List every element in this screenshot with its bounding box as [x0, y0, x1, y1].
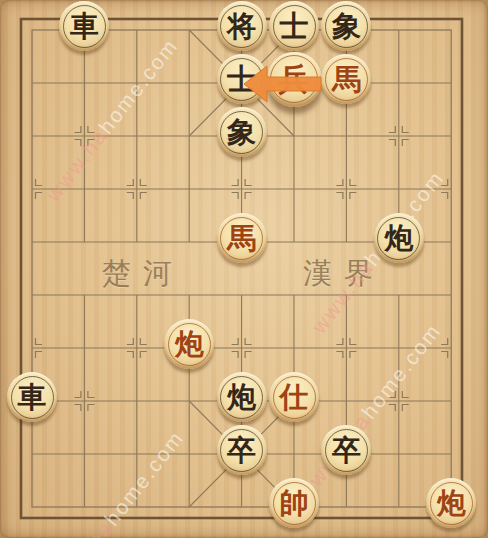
piece-red-soldier[interactable]: 兵 [267, 52, 322, 107]
river-label-right: 漢界 [303, 256, 385, 290]
piece-black-advisor[interactable]: 士 [269, 1, 319, 51]
piece-red-cannon[interactable]: 炮 [164, 319, 214, 369]
piece-black-advisor[interactable]: 士 [217, 54, 267, 104]
piece-red-advisor[interactable]: 仕 [269, 372, 319, 422]
piece-black-elephant[interactable]: 象 [217, 107, 267, 157]
piece-red-general[interactable]: 帥 [269, 478, 319, 528]
piece-black-soldier[interactable]: 卒 [217, 425, 267, 475]
piece-red-horse[interactable]: 馬 [217, 213, 267, 263]
piece-black-cannon[interactable]: 炮 [374, 213, 424, 263]
xiangqi-board[interactable]: 楚河 漢界 www.hahome.com www.hahome.com www.… [0, 0, 488, 538]
piece-black-chariot[interactable]: 車 [7, 372, 57, 422]
piece-red-cannon[interactable]: 炮 [426, 478, 476, 528]
piece-black-general[interactable]: 将 [217, 1, 267, 51]
piece-black-cannon[interactable]: 炮 [217, 372, 267, 422]
river-label-left: 楚河 [102, 256, 184, 290]
